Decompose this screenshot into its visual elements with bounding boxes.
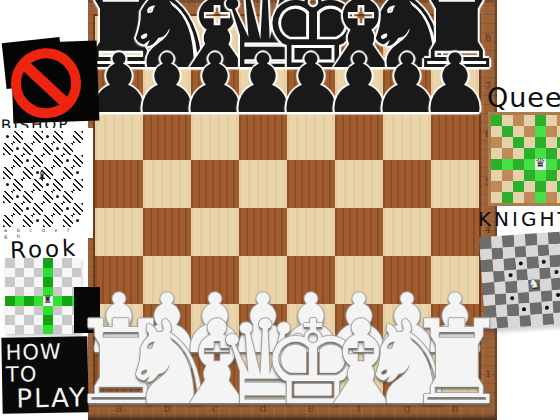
noise-cell — [73, 155, 83, 167]
diagram-cell — [481, 259, 493, 271]
noise-cell — [3, 167, 13, 179]
diagram-cell — [43, 325, 53, 335]
noise-cell — [43, 143, 53, 155]
bishop-moves-diagram: a b c d e f g h ♝ — [0, 128, 93, 238]
diagram-cell — [513, 137, 524, 148]
diagram-cell — [546, 181, 557, 192]
diagram-cell — [553, 312, 560, 324]
diagram-cell — [479, 237, 491, 249]
diagram-cell — [546, 115, 557, 126]
noise-cell — [33, 131, 43, 143]
diagram-cell — [43, 268, 53, 278]
noise-cell — [43, 203, 53, 215]
diagram-cell — [34, 306, 44, 316]
diagram-cell — [546, 126, 557, 137]
knight-mini-icon: ♞ — [526, 277, 542, 291]
noise-cell — [23, 131, 33, 143]
diagram-cell — [530, 302, 542, 314]
square-d5[interactable] — [239, 160, 287, 208]
diagram-cell — [513, 159, 524, 170]
diagram-cell — [34, 277, 44, 287]
noise-cell — [63, 143, 73, 155]
diagram-cell — [535, 137, 546, 148]
noise-cell — [33, 143, 43, 155]
diagram-cell — [502, 126, 513, 137]
noise-cell — [43, 215, 53, 227]
white-rook-h1[interactable]: ♜ — [405, 305, 505, 420]
diagram-cell — [537, 244, 549, 256]
diagram-cell — [524, 126, 535, 137]
noise-cell — [33, 203, 43, 215]
diagram-cell — [525, 233, 537, 245]
noise-cell — [43, 155, 53, 167]
noise-dot — [46, 135, 49, 138]
diagram-cell — [72, 268, 82, 278]
diagram-cell — [5, 315, 15, 325]
diagram-cell — [492, 259, 504, 271]
diagram-cell — [53, 315, 63, 325]
square-h5[interactable] — [431, 160, 479, 208]
noise-dot — [6, 183, 9, 186]
noise-dot — [26, 159, 29, 162]
noise-cell — [63, 179, 73, 191]
square-a5[interactable] — [95, 160, 143, 208]
noise-dot — [66, 159, 69, 162]
noise-cell — [73, 131, 83, 143]
diagram-cell — [502, 235, 514, 247]
noise-cell — [73, 143, 83, 155]
square-e5[interactable] — [287, 160, 335, 208]
diagram-cell — [542, 313, 554, 325]
diagram-cell — [502, 137, 513, 148]
diagram-cell — [535, 181, 546, 192]
square-e4[interactable] — [287, 208, 335, 256]
diagram-cell — [529, 291, 541, 303]
diagram-cell — [535, 192, 546, 203]
diagram-cell — [491, 247, 503, 259]
diagram-cell — [519, 314, 531, 326]
diagram-cell — [491, 115, 502, 126]
noise-cell — [53, 155, 63, 167]
square-g4[interactable] — [383, 208, 431, 256]
diagram-cell — [480, 248, 492, 260]
noise-cell — [13, 131, 23, 143]
square-c4[interactable] — [191, 208, 239, 256]
diagram-cell — [524, 137, 535, 148]
diagram-cell — [535, 115, 546, 126]
diagram-cell — [5, 277, 15, 287]
diagram-cell — [15, 258, 25, 268]
noise-cell — [43, 191, 53, 203]
noise-dot — [76, 171, 79, 174]
bishop-mini-icon: ♝ — [36, 168, 48, 181]
diagram-cell — [491, 192, 502, 203]
diagram-cell — [5, 287, 15, 297]
diagram-cell — [5, 296, 15, 306]
diagram-cell — [24, 268, 34, 278]
diagram-cell — [524, 170, 535, 181]
knight-panel-label: KNIGHT — [478, 207, 560, 231]
noise-cell — [13, 155, 23, 167]
diagram-cell — [513, 170, 524, 181]
noise-dot — [26, 207, 29, 210]
noise-cell — [23, 143, 33, 155]
diagram-cell — [491, 148, 502, 159]
noise-dot — [76, 219, 79, 222]
noise-cell — [63, 167, 73, 179]
noise-dot — [46, 183, 49, 186]
square-c5[interactable] — [191, 160, 239, 208]
diagram-cell — [507, 315, 519, 327]
diagram-cell — [502, 115, 513, 126]
diagram-cell — [53, 306, 63, 316]
diagram-cell — [15, 287, 25, 297]
square-f5[interactable] — [335, 160, 383, 208]
diagram-cell — [62, 268, 72, 278]
diagram-cell — [505, 281, 517, 293]
square-g5[interactable] — [383, 160, 431, 208]
diagram-cell — [491, 137, 502, 148]
diagram-cell — [502, 159, 513, 170]
noise-dot — [6, 135, 9, 138]
diagram-cell — [548, 232, 560, 244]
noise-cell — [63, 215, 73, 227]
diagram-cell — [524, 181, 535, 192]
diagram-cell — [491, 159, 502, 170]
noise-dot — [16, 195, 19, 198]
noise-dot — [56, 147, 59, 150]
noise-cell — [3, 143, 13, 155]
diagram-cell — [517, 291, 529, 303]
diagram-cell — [24, 296, 34, 306]
diagram-cell — [502, 192, 513, 203]
square-f4[interactable] — [335, 208, 383, 256]
diagram-cell — [72, 258, 82, 268]
diagram-cell — [490, 236, 502, 248]
diagram-cell — [15, 325, 25, 335]
diagram-cell — [513, 192, 524, 203]
noise-cell — [13, 167, 23, 179]
diagram-cell — [53, 268, 63, 278]
diagram-cell — [24, 277, 34, 287]
noise-cell — [23, 215, 33, 227]
diagram-cell — [546, 137, 557, 148]
square-b4[interactable] — [143, 208, 191, 256]
noise-cell — [23, 191, 33, 203]
diagram-cell — [502, 148, 513, 159]
diagram-cell — [15, 268, 25, 278]
diagram-cell — [513, 126, 524, 137]
diagram-cell — [549, 243, 560, 255]
illegal-move-sign — [11, 41, 100, 124]
diagram-cell — [15, 277, 25, 287]
noise-cell — [13, 203, 23, 215]
diagram-cell — [5, 306, 15, 316]
diagram-cell — [535, 170, 546, 181]
queen-moves-diagram: ♛ — [488, 112, 560, 206]
diagram-cell — [513, 181, 524, 192]
diagram-cell — [15, 315, 25, 325]
diagram-cell — [546, 170, 557, 181]
noise-cell — [53, 167, 63, 179]
diagram-cell — [551, 278, 560, 290]
square-a4[interactable] — [95, 208, 143, 256]
diagram-cell — [34, 315, 44, 325]
diagram-cell — [5, 325, 15, 335]
diagram-cell — [540, 290, 552, 302]
diagram-cell — [5, 268, 15, 278]
noise-dot — [66, 207, 69, 210]
noise-cell — [53, 215, 63, 227]
noise-dot — [16, 147, 19, 150]
diagram-cell — [553, 301, 560, 313]
diagram-cell — [546, 192, 557, 203]
diagram-cell — [43, 277, 53, 287]
rook-mini-icon: ♜ — [41, 294, 55, 305]
queen-panel-label: Queen — [487, 82, 560, 113]
noise-cell — [23, 167, 33, 179]
square-h4[interactable] — [431, 208, 479, 256]
noise-dot — [36, 219, 39, 222]
diagram-cell — [513, 148, 524, 159]
noise-cell — [33, 191, 43, 203]
diagram-cell — [514, 246, 526, 258]
diagram-cell — [15, 306, 25, 316]
noise-cell — [3, 203, 13, 215]
noise-cell — [3, 155, 13, 167]
diagram-cell — [526, 245, 538, 257]
diagram-cell — [502, 181, 513, 192]
diagram-cell — [549, 255, 560, 267]
diagram-cell — [43, 306, 53, 316]
square-d4[interactable] — [239, 208, 287, 256]
diagram-cell — [535, 126, 546, 137]
noise-cell — [53, 203, 63, 215]
noise-cell — [63, 131, 73, 143]
queen-mini-icon: ♛ — [533, 157, 548, 169]
noise-cell — [73, 179, 83, 191]
diagram-cell — [24, 258, 34, 268]
diagram-cell — [34, 325, 44, 335]
noise-cell — [63, 191, 73, 203]
diagram-cell — [491, 170, 502, 181]
square-b5[interactable] — [143, 160, 191, 208]
chess-tutorial-app: abcdefgh 87654321 ♜♞♝♛♚♝♞♜♟♟♟♟♟♟♟♟♟♟♟♟♟♟… — [0, 0, 560, 420]
noise-cell — [33, 155, 43, 167]
noise-cell — [3, 191, 13, 203]
noise-cell — [73, 203, 83, 215]
noise-cell — [73, 191, 83, 203]
diagram-cell — [5, 258, 15, 268]
noise-cell — [23, 179, 33, 191]
diagram-cell — [34, 258, 44, 268]
diagram-cell — [43, 258, 53, 268]
diagram-cell — [24, 306, 34, 316]
noise-cell — [13, 215, 23, 227]
diagram-cell — [513, 234, 525, 246]
noise-cell — [53, 131, 63, 143]
diagram-cell — [491, 181, 502, 192]
diagram-cell — [24, 325, 34, 335]
diagram-cell — [62, 258, 72, 268]
diagram-cell — [53, 258, 63, 268]
diagram-cell — [503, 258, 515, 270]
diagram-cell — [524, 192, 535, 203]
diagram-cell — [530, 314, 542, 326]
diagram-cell — [503, 246, 515, 258]
diagram-cell — [34, 268, 44, 278]
diagram-cell — [53, 277, 63, 287]
diagram-cell — [24, 287, 34, 297]
noise-dot — [56, 195, 59, 198]
diagram-cell — [524, 115, 535, 126]
noise-cell — [13, 179, 23, 191]
diagram-cell — [53, 325, 63, 335]
diagram-cell — [491, 126, 502, 137]
diagram-cell — [493, 270, 505, 282]
diagram-cell — [536, 233, 548, 245]
diagram-cell — [526, 256, 538, 268]
diagram-cell — [24, 315, 34, 325]
noise-cell — [3, 215, 13, 227]
diagram-cell — [43, 315, 53, 325]
diagram-cell — [15, 296, 25, 306]
diagram-cell — [502, 170, 513, 181]
diagram-cell — [513, 115, 524, 126]
noise-cell — [53, 179, 63, 191]
